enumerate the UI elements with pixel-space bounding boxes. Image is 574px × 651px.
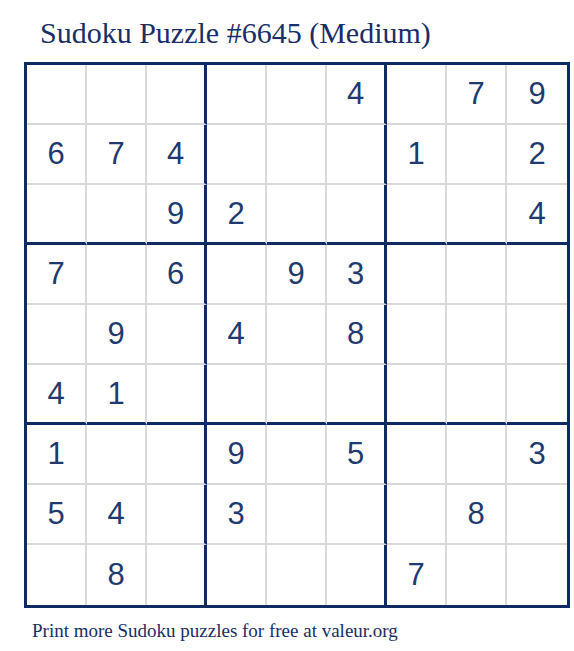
cell-r5c5[interactable] bbox=[267, 305, 327, 365]
cell-r5c4[interactable]: 4 bbox=[207, 305, 267, 365]
page-title: Sudoku Puzzle #6645 (Medium) bbox=[40, 16, 574, 49]
footer-text: Print more Sudoku puzzles for free at va… bbox=[32, 620, 574, 642]
cell-r2c5[interactable] bbox=[267, 125, 327, 185]
cell-r4c4[interactable] bbox=[207, 245, 267, 305]
sudoku-board: 479674129247693948411953543887 bbox=[24, 62, 570, 608]
cell-r1c9[interactable]: 9 bbox=[507, 65, 567, 125]
cell-r4c5[interactable]: 9 bbox=[267, 245, 327, 305]
cell-r1c1[interactable] bbox=[27, 65, 87, 125]
cell-r8c2[interactable]: 4 bbox=[87, 485, 147, 545]
cell-r4c8[interactable] bbox=[447, 245, 507, 305]
cell-r1c4[interactable] bbox=[207, 65, 267, 125]
cell-r9c6[interactable] bbox=[327, 545, 387, 605]
cell-r3c7[interactable] bbox=[387, 185, 447, 245]
cell-r3c3[interactable]: 9 bbox=[147, 185, 207, 245]
cell-r2c8[interactable] bbox=[447, 125, 507, 185]
cell-r9c3[interactable] bbox=[147, 545, 207, 605]
cell-r5c8[interactable] bbox=[447, 305, 507, 365]
cell-r7c4[interactable]: 9 bbox=[207, 425, 267, 485]
cell-r2c1[interactable]: 6 bbox=[27, 125, 87, 185]
cell-r5c9[interactable] bbox=[507, 305, 567, 365]
cell-r8c8[interactable]: 8 bbox=[447, 485, 507, 545]
cell-r6c3[interactable] bbox=[147, 365, 207, 425]
cell-r1c6[interactable]: 4 bbox=[327, 65, 387, 125]
cell-r1c8[interactable]: 7 bbox=[447, 65, 507, 125]
cell-r4c6[interactable]: 3 bbox=[327, 245, 387, 305]
cell-r6c4[interactable] bbox=[207, 365, 267, 425]
cell-r8c4[interactable]: 3 bbox=[207, 485, 267, 545]
cell-r3c8[interactable] bbox=[447, 185, 507, 245]
cell-r7c1[interactable]: 1 bbox=[27, 425, 87, 485]
cell-r2c2[interactable]: 7 bbox=[87, 125, 147, 185]
cell-r6c9[interactable] bbox=[507, 365, 567, 425]
cell-r6c7[interactable] bbox=[387, 365, 447, 425]
cell-r8c5[interactable] bbox=[267, 485, 327, 545]
cell-r7c3[interactable] bbox=[147, 425, 207, 485]
cell-r8c6[interactable] bbox=[327, 485, 387, 545]
cell-r7c5[interactable] bbox=[267, 425, 327, 485]
cell-r6c6[interactable] bbox=[327, 365, 387, 425]
cell-r8c7[interactable] bbox=[387, 485, 447, 545]
cell-r8c3[interactable] bbox=[147, 485, 207, 545]
cell-r6c8[interactable] bbox=[447, 365, 507, 425]
cell-r8c9[interactable] bbox=[507, 485, 567, 545]
cell-r3c1[interactable] bbox=[27, 185, 87, 245]
cell-r2c6[interactable] bbox=[327, 125, 387, 185]
cell-r9c7[interactable]: 7 bbox=[387, 545, 447, 605]
cell-r4c7[interactable] bbox=[387, 245, 447, 305]
cell-r7c6[interactable]: 5 bbox=[327, 425, 387, 485]
cell-r8c1[interactable]: 5 bbox=[27, 485, 87, 545]
cell-r5c6[interactable]: 8 bbox=[327, 305, 387, 365]
cell-r7c9[interactable]: 3 bbox=[507, 425, 567, 485]
cell-r3c6[interactable] bbox=[327, 185, 387, 245]
cell-r9c4[interactable] bbox=[207, 545, 267, 605]
cell-r3c5[interactable] bbox=[267, 185, 327, 245]
cell-r7c8[interactable] bbox=[447, 425, 507, 485]
cell-r7c7[interactable] bbox=[387, 425, 447, 485]
cell-r9c8[interactable] bbox=[447, 545, 507, 605]
cell-r2c7[interactable]: 1 bbox=[387, 125, 447, 185]
cell-r6c5[interactable] bbox=[267, 365, 327, 425]
cell-r6c1[interactable]: 4 bbox=[27, 365, 87, 425]
cell-r3c4[interactable]: 2 bbox=[207, 185, 267, 245]
cell-r5c7[interactable] bbox=[387, 305, 447, 365]
cell-r9c5[interactable] bbox=[267, 545, 327, 605]
cell-r9c9[interactable] bbox=[507, 545, 567, 605]
cell-r1c5[interactable] bbox=[267, 65, 327, 125]
cell-r2c9[interactable]: 2 bbox=[507, 125, 567, 185]
cell-r9c2[interactable]: 8 bbox=[87, 545, 147, 605]
cell-r1c3[interactable] bbox=[147, 65, 207, 125]
cell-r7c2[interactable] bbox=[87, 425, 147, 485]
cell-r9c1[interactable] bbox=[27, 545, 87, 605]
cell-r2c4[interactable] bbox=[207, 125, 267, 185]
cell-r5c3[interactable] bbox=[147, 305, 207, 365]
cell-r4c2[interactable] bbox=[87, 245, 147, 305]
cell-r5c1[interactable] bbox=[27, 305, 87, 365]
cell-r6c2[interactable]: 1 bbox=[87, 365, 147, 425]
cell-r4c9[interactable] bbox=[507, 245, 567, 305]
cell-r3c9[interactable]: 4 bbox=[507, 185, 567, 245]
cell-r5c2[interactable]: 9 bbox=[87, 305, 147, 365]
cell-r4c3[interactable]: 6 bbox=[147, 245, 207, 305]
cell-r4c1[interactable]: 7 bbox=[27, 245, 87, 305]
cell-r1c7[interactable] bbox=[387, 65, 447, 125]
cell-r2c3[interactable]: 4 bbox=[147, 125, 207, 185]
cell-r1c2[interactable] bbox=[87, 65, 147, 125]
cell-r3c2[interactable] bbox=[87, 185, 147, 245]
